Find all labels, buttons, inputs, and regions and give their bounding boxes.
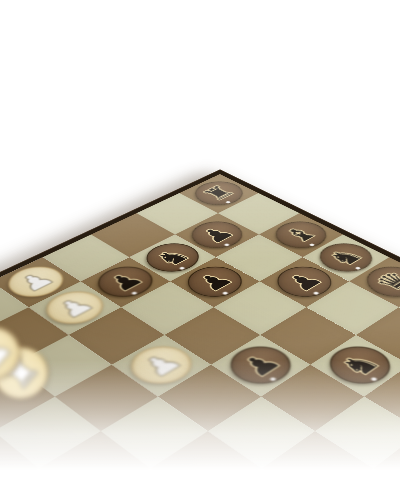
- white-pawn-icon: ♟: [129, 345, 193, 385]
- photo-canvas: ♜♝♞♛♟♟♞♟♞♟♟♟♟♟ ♜♟: [0, 0, 400, 500]
- black-pawn-icon: ♟: [186, 265, 244, 298]
- chessboard: ♜♝♞♛♟♟♞♟♞♟♟♟♟♟: [0, 170, 400, 500]
- black-knight-icon: ♞: [327, 345, 393, 385]
- board-3d-scene: ♜♝♞♛♟♟♞♟♞♟♟♟♟♟: [0, 0, 400, 500]
- black-pawn-icon: ♟: [275, 265, 334, 298]
- black-pawn-icon: ♟: [190, 220, 245, 249]
- black-pawn-icon: ♟: [228, 345, 293, 385]
- black-bishop-icon: ♝: [273, 220, 329, 249]
